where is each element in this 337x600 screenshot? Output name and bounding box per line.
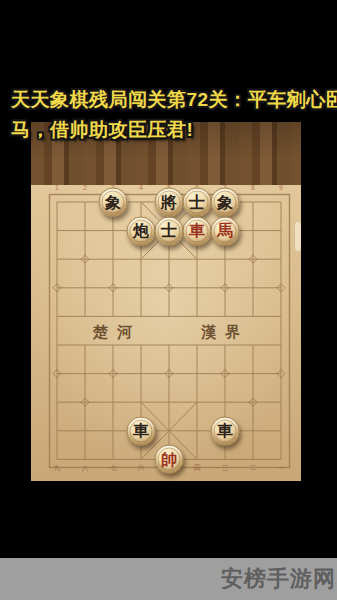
- piece-glyph: 車: [217, 423, 233, 439]
- file-label-bottom: 七: [110, 464, 117, 472]
- puzzle-title-line1: 天天象棋残局闯关第72关：平车剜心卧槽: [11, 85, 337, 115]
- file-label-top: 9: [279, 184, 283, 192]
- file-label-top: 4: [139, 184, 143, 192]
- file-label-bottom: 三: [222, 464, 229, 472]
- piece-black-士[interactable]: 士: [183, 188, 212, 217]
- file-label-bottom: 九: [54, 464, 61, 472]
- scroll-indicator[interactable]: [295, 222, 301, 251]
- file-label-bottom: 六: [138, 464, 145, 472]
- piece-red-車[interactable]: 車: [183, 216, 212, 245]
- file-label-bottom: 二: [250, 464, 257, 472]
- piece-black-象[interactable]: 象: [211, 188, 240, 217]
- piece-red-帥[interactable]: 帥: [155, 445, 184, 474]
- file-label-top: 2: [83, 184, 87, 192]
- river-label-han: 漢界: [201, 323, 249, 341]
- puzzle-title: 天天象棋残局闯关第72关：平车剜心卧槽 马，借帅助攻臣压君!: [11, 85, 337, 145]
- piece-glyph: 車: [133, 423, 149, 439]
- game-screenshot: 楚河 漢界 123456789九八七六五四三二一象將士象炮士車馬車車帥: [31, 122, 301, 481]
- file-label-bottom: 四: [194, 464, 201, 472]
- file-label-top: 1: [55, 184, 59, 192]
- piece-glyph: 炮: [133, 223, 149, 239]
- screenshot-root: 楚河 漢界 123456789九八七六五四三二一象將士象炮士車馬車車帥 天天象棋…: [0, 0, 337, 600]
- piece-glyph: 將: [161, 194, 177, 210]
- piece-black-象[interactable]: 象: [99, 188, 128, 217]
- piece-glyph: 馬: [217, 223, 233, 239]
- piece-glyph: 帥: [161, 451, 177, 467]
- file-label-bottom: 一: [278, 464, 285, 472]
- piece-black-將[interactable]: 將: [155, 188, 184, 217]
- watermark-band: 安榜手游网: [0, 558, 337, 600]
- piece-black-車[interactable]: 車: [211, 416, 240, 445]
- watermark-text: 安榜手游网: [221, 558, 337, 600]
- piece-black-炮[interactable]: 炮: [127, 216, 156, 245]
- river-label-chu: 楚河: [93, 323, 141, 341]
- piece-red-馬[interactable]: 馬: [211, 216, 240, 245]
- piece-glyph: 士: [161, 223, 177, 239]
- puzzle-title-line2: 马，借帅助攻臣压君!: [11, 115, 337, 145]
- file-label-top: 8: [251, 184, 255, 192]
- piece-glyph: 象: [105, 194, 121, 210]
- piece-black-士[interactable]: 士: [155, 216, 184, 245]
- piece-glyph: 車: [189, 223, 205, 239]
- xiangqi-board[interactable]: 楚河 漢界 123456789九八七六五四三二一象將士象炮士車馬車車帥: [31, 185, 301, 481]
- piece-black-車[interactable]: 車: [127, 416, 156, 445]
- piece-glyph: 士: [189, 194, 205, 210]
- file-label-bottom: 八: [82, 464, 89, 472]
- piece-glyph: 象: [217, 194, 233, 210]
